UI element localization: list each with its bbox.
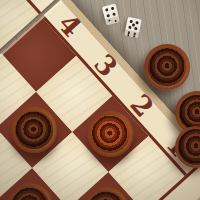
die-pip xyxy=(133,35,135,37)
die-pip xyxy=(111,7,115,11)
photo-scene: ⛂⛂⛂⛂ 12345 ⛂⛂⛂ xyxy=(0,0,200,200)
die-pip xyxy=(108,19,110,21)
die-pip xyxy=(136,21,140,25)
die-pip xyxy=(114,20,116,22)
die-pip xyxy=(127,34,129,36)
checker-piece-dark-offboard-1: ⛂ xyxy=(144,44,190,90)
die-pip xyxy=(134,27,138,31)
die-pip xyxy=(106,14,110,18)
checker-piece-dark-offboard-3: ⛂ xyxy=(175,126,200,168)
die-pip xyxy=(105,8,109,12)
die-pip xyxy=(112,12,116,16)
die-pip xyxy=(128,26,132,30)
die-pip xyxy=(132,23,136,27)
die-pip xyxy=(129,19,133,23)
